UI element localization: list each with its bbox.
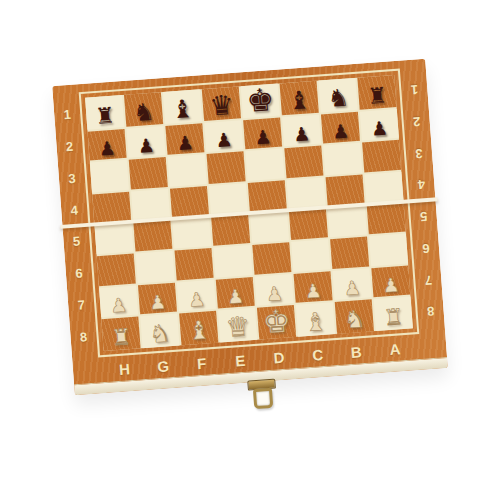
board-square: ♜ (357, 75, 396, 110)
chess-piece-queen-dark: ♛ (208, 91, 234, 120)
rank-label: 2 (403, 104, 431, 138)
rank-label: 4 (60, 193, 88, 227)
chess-piece-pawn-dark: ♟ (98, 139, 116, 159)
board-square (289, 208, 328, 240)
chess-piece-knight-dark: ♞ (327, 85, 350, 111)
board-square: ♟ (138, 282, 177, 314)
board-square (369, 234, 408, 266)
rank-label: 5 (410, 199, 438, 233)
chess-piece-pawn-dark: ♟ (254, 128, 272, 148)
board-square: ♝ (163, 89, 202, 124)
board-square (250, 211, 289, 243)
board-square: ♚ (257, 305, 296, 340)
chess-piece-king-light: ♚ (262, 305, 292, 338)
board-square (252, 242, 291, 274)
board-square: ♟ (282, 115, 321, 147)
chess-piece-knight-dark: ♞ (132, 100, 155, 126)
board-square: ♟ (177, 279, 216, 311)
board-square (209, 183, 248, 215)
rank-label: 8 (69, 320, 97, 354)
chess-piece-pawn-dark: ♟ (370, 119, 388, 139)
chess-piece-pawn-light: ♟ (110, 295, 128, 315)
board-square (291, 240, 330, 272)
board-square: ♞ (335, 299, 374, 334)
board-square (284, 146, 323, 178)
rank-label: 1 (53, 98, 81, 132)
board-square: ♟ (126, 126, 165, 158)
chess-piece-rook-light: ♜ (383, 306, 404, 329)
board-square: ♟ (255, 274, 294, 306)
board-square (367, 203, 406, 235)
chess-piece-pawn-light: ♟ (149, 292, 167, 312)
board-square: ♟ (165, 123, 204, 155)
board-square: ♜ (85, 95, 124, 130)
chess-piece-pawn-dark: ♟ (137, 136, 155, 156)
board-square (175, 248, 214, 280)
chess-piece-pawn-light: ♟ (304, 281, 322, 301)
chess-piece-rook-light: ♜ (111, 326, 132, 349)
board-square: ♞ (140, 314, 179, 349)
rank-label: 8 (417, 294, 445, 328)
chess-piece-bishop-dark: ♝ (287, 87, 311, 114)
rank-label: 6 (65, 256, 93, 290)
board-square (94, 223, 133, 255)
rank-label: 3 (58, 161, 86, 195)
clasp-loop-icon (252, 388, 272, 409)
board-square: ♟ (243, 118, 282, 150)
board-square: ♜ (101, 316, 140, 351)
board-square: ♟ (294, 271, 333, 303)
board-square (323, 143, 362, 175)
rank-label: 3 (405, 136, 433, 170)
chess-piece-pawn-dark: ♟ (215, 130, 233, 150)
board-square (92, 191, 131, 223)
chess-piece-pawn-light: ♟ (187, 290, 205, 310)
board-square (364, 171, 403, 203)
clasp (246, 378, 278, 409)
board-square: ♞ (124, 92, 163, 127)
board-square (330, 237, 369, 269)
board-square (97, 254, 136, 286)
chess-piece-bishop-dark: ♝ (171, 96, 195, 123)
board-square: ♟ (204, 120, 243, 152)
rank-label: 7 (67, 288, 95, 322)
chess-piece-knight-light: ♞ (343, 307, 366, 333)
rank-label: 1 (400, 73, 428, 107)
board-square: ♛ (218, 308, 257, 343)
rank-label: 5 (62, 225, 90, 259)
board-square: ♝ (280, 81, 319, 116)
product-photo-scene: 12345678 12345678 ♜♞♝♛♚♝♞♜♟♟♟♟♟♟♟♟♟♟♟♟♟♟… (0, 0, 500, 500)
board-square (207, 152, 246, 184)
board-square (170, 186, 209, 218)
board-square: ♟ (88, 129, 127, 161)
chess-board: 12345678 12345678 ♜♞♝♛♚♝♞♜♟♟♟♟♟♟♟♟♟♟♟♟♟♟… (52, 59, 448, 396)
board-square: ♝ (296, 302, 335, 337)
chess-piece-pawn-light: ♟ (382, 275, 400, 295)
board-square (362, 140, 401, 172)
board-square (129, 157, 168, 189)
chess-piece-pawn-dark: ♟ (293, 125, 311, 145)
board-square (326, 174, 365, 206)
chess-piece-pawn-light: ♟ (343, 278, 361, 298)
board-square: ♟ (371, 265, 410, 297)
chess-piece-knight-light: ♞ (148, 321, 171, 347)
board-square: ♞ (318, 78, 357, 113)
board-square (328, 206, 367, 238)
board-square (168, 154, 207, 186)
board-square (248, 180, 287, 212)
chess-piece-pawn-light: ♟ (226, 287, 244, 307)
board-square (211, 214, 250, 246)
rank-label: 2 (56, 130, 84, 164)
board-square: ♝ (179, 311, 218, 346)
board-square: ♟ (99, 285, 138, 317)
board-square (213, 245, 252, 277)
rank-label: 6 (412, 231, 440, 265)
chess-piece-queen-light: ♛ (225, 312, 251, 341)
board-square: ♚ (241, 84, 280, 119)
chess-piece-pawn-dark: ♟ (176, 133, 194, 153)
rank-label: 7 (414, 263, 442, 297)
board-square: ♟ (216, 277, 255, 309)
board-square: ♛ (202, 86, 241, 121)
chess-piece-bishop-light: ♝ (304, 309, 328, 336)
board-square: ♟ (332, 268, 371, 300)
board-square (133, 220, 172, 252)
chess-piece-pawn-light: ♟ (265, 284, 283, 304)
chess-piece-pawn-dark: ♟ (332, 122, 350, 142)
board-square (287, 177, 326, 209)
rank-label: 4 (407, 168, 435, 202)
chess-piece-rook-dark: ♜ (94, 105, 115, 128)
board-square (90, 160, 129, 192)
board-square: ♟ (360, 109, 399, 141)
board-square (131, 189, 170, 221)
board-square: ♟ (321, 112, 360, 144)
chess-piece-king-dark: ♚ (245, 84, 275, 117)
board-square (172, 217, 211, 249)
board-square (245, 149, 284, 181)
board-square: ♜ (374, 296, 413, 331)
chess-piece-rook-dark: ♜ (367, 85, 388, 108)
board-square (136, 251, 175, 283)
chess-piece-bishop-light: ♝ (187, 317, 211, 344)
